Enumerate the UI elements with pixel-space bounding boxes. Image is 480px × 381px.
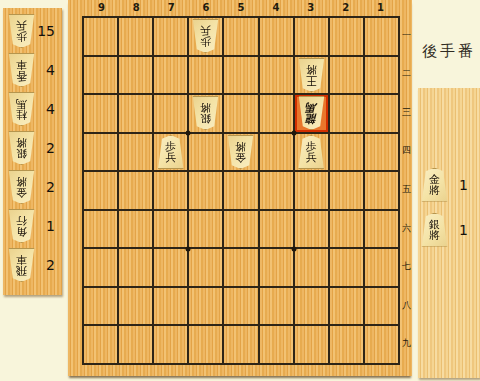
gote-hand-piece-5[interactable]: 角 行 [7,209,36,243]
square-1六[interactable] [365,211,398,248]
square-3一[interactable] [295,18,328,55]
square-4一[interactable] [260,18,293,55]
square-7一[interactable] [154,18,187,55]
gote-hand-item-6: 飛 車2 [3,245,62,284]
square-7八[interactable] [154,288,187,325]
square-6七[interactable] [189,249,222,286]
square-9五[interactable] [84,172,117,209]
sente-hand-item-1: 銀 將1 [418,207,480,252]
square-1七[interactable] [365,249,398,286]
gote-hand-count-5: 1 [46,219,55,233]
file-label-5: 5 [224,1,259,15]
square-4二[interactable] [260,57,293,94]
shogi-board: 987654321 歩 兵王 將銀 將龍 馬歩 兵金 將歩 兵 一二三四五六七八… [68,0,412,376]
rank-label-9: 九 [401,324,412,363]
sente-hand-count-0: 1 [459,178,468,192]
gote-hand-piece-2[interactable]: 桂 馬 [7,92,36,126]
gote-hand-count-2: 4 [46,102,55,116]
sente-hand-piece-0[interactable]: 金 將 [420,168,449,202]
square-6八[interactable] [189,288,222,325]
piece-gote-3三[interactable]: 龍 馬 [297,96,326,130]
gote-hand-tray: 歩 兵15香 車4桂 馬4銀 將2金 將2角 行1飛 車2 [3,8,62,295]
square-4七[interactable] [260,249,293,286]
square-9四[interactable] [84,134,117,171]
sente-hand-item-0: 金 將1 [418,162,480,207]
sente-hand-tray: 金 將1銀 將1 [418,88,480,378]
file-coordinates: 987654321 [84,1,398,15]
square-9六[interactable] [84,211,117,248]
file-label-3: 3 [293,1,328,15]
square-3四[interactable]: 歩 兵 [295,134,328,171]
square-6四[interactable] [189,134,222,171]
square-7七[interactable] [154,249,187,286]
square-5二[interactable] [224,57,257,94]
board-grid: 歩 兵王 將銀 將龍 馬歩 兵金 將歩 兵 [82,16,400,365]
square-6五[interactable] [189,172,222,209]
square-8七[interactable] [119,249,152,286]
hoshi-dot [186,246,191,251]
file-label-2: 2 [328,1,363,15]
square-1一[interactable] [365,18,398,55]
piece-gote-6一[interactable]: 歩 兵 [191,19,220,53]
square-3六[interactable] [295,211,328,248]
square-2一[interactable] [330,18,363,55]
gote-hand-item-0: 歩 兵15 [3,11,62,50]
square-3八[interactable] [295,288,328,325]
gote-hand-count-1: 4 [46,63,55,77]
file-label-7: 7 [154,1,189,15]
square-6六[interactable] [189,211,222,248]
square-7九[interactable] [154,326,187,363]
gote-hand-item-5: 角 行1 [3,206,62,245]
rank-label-3: 三 [401,93,412,132]
rank-label-7: 七 [401,247,412,286]
square-2四[interactable] [330,134,363,171]
gote-hand-piece-3[interactable]: 銀 將 [7,131,36,165]
square-6九[interactable] [189,326,222,363]
square-7六[interactable] [154,211,187,248]
square-9三[interactable] [84,95,117,132]
rank-label-1: 一 [401,16,412,55]
square-9七[interactable] [84,249,117,286]
square-7三[interactable] [154,95,187,132]
square-4九[interactable] [260,326,293,363]
square-3三[interactable]: 龍 馬 [295,95,328,132]
gote-hand-item-1: 香 車4 [3,50,62,89]
hoshi-dot [186,130,191,135]
hoshi-dot [292,246,297,251]
rank-coordinates: 一二三四五六七八九 [401,16,412,363]
square-5四[interactable]: 金 將 [224,134,257,171]
file-label-1: 1 [363,1,398,15]
gote-hand-piece-6[interactable]: 飛 車 [7,248,36,282]
square-4八[interactable] [260,288,293,325]
rank-label-2: 二 [401,55,412,94]
square-9八[interactable] [84,288,117,325]
square-1四[interactable] [365,134,398,171]
square-4四[interactable] [260,134,293,171]
square-5七[interactable] [224,249,257,286]
square-5六[interactable] [224,211,257,248]
piece-gote-6三[interactable]: 銀 將 [191,96,220,130]
turn-indicator: 後手番 [422,42,476,61]
square-7五[interactable] [154,172,187,209]
square-9一[interactable] [84,18,117,55]
rank-label-4: 四 [401,132,412,171]
square-6二[interactable] [189,57,222,94]
piece-sente-7四[interactable]: 歩 兵 [156,135,185,169]
square-2二[interactable] [330,57,363,94]
hoshi-dot [292,130,297,135]
square-5五[interactable] [224,172,257,209]
square-7二[interactable] [154,57,187,94]
square-3五[interactable] [295,172,328,209]
gote-hand-piece-0[interactable]: 歩 兵 [7,14,36,48]
shogi-diagram: 歩 兵15香 車4桂 馬4銀 將2金 將2角 行1飛 車2 987654321 … [0,0,480,381]
square-3二[interactable]: 王 將 [295,57,328,94]
sente-hand-count-1: 1 [459,223,468,237]
square-8五[interactable] [119,172,152,209]
square-1九[interactable] [365,326,398,363]
piece-gote-5四[interactable]: 金 將 [226,135,255,169]
piece-gote-3二[interactable]: 王 將 [297,58,326,92]
square-1三[interactable] [365,95,398,132]
square-5三[interactable] [224,95,257,132]
file-label-8: 8 [119,1,154,15]
gote-hand-count-0: 15 [37,24,55,38]
square-2七[interactable] [330,249,363,286]
square-5九[interactable] [224,326,257,363]
square-1五[interactable] [365,172,398,209]
square-8二[interactable] [119,57,152,94]
square-4五[interactable] [260,172,293,209]
square-6三[interactable]: 銀 將 [189,95,222,132]
square-2五[interactable] [330,172,363,209]
square-8八[interactable] [119,288,152,325]
square-9九[interactable] [84,326,117,363]
square-7四[interactable]: 歩 兵 [154,134,187,171]
file-label-4: 4 [258,1,293,15]
gote-hand-item-4: 金 將2 [3,167,62,206]
gote-hand-piece-1[interactable]: 香 車 [7,53,36,87]
gote-hand-count-4: 2 [46,180,55,194]
gote-hand-count-3: 2 [46,141,55,155]
file-label-9: 9 [84,1,119,15]
square-3七[interactable] [295,249,328,286]
square-3九[interactable] [295,326,328,363]
square-8九[interactable] [119,326,152,363]
file-label-6: 6 [189,1,224,15]
square-8一[interactable] [119,18,152,55]
square-5八[interactable] [224,288,257,325]
square-1二[interactable] [365,57,398,94]
square-8六[interactable] [119,211,152,248]
gote-hand-count-6: 2 [46,258,55,272]
piece-sente-3四[interactable]: 歩 兵 [297,135,326,169]
gote-hand-item-3: 銀 將2 [3,128,62,167]
square-5一[interactable] [224,18,257,55]
gote-hand-piece-4[interactable]: 金 將 [7,170,36,204]
square-4三[interactable] [260,95,293,132]
gote-hand-item-2: 桂 馬4 [3,89,62,128]
square-8三[interactable] [119,95,152,132]
rank-label-8: 八 [401,286,412,325]
sente-hand-piece-1[interactable]: 銀 將 [420,213,449,247]
square-8四[interactable] [119,134,152,171]
square-9二[interactable] [84,57,117,94]
square-1八[interactable] [365,288,398,325]
square-2三[interactable] [330,95,363,132]
rank-label-6: 六 [401,209,412,248]
square-6一[interactable]: 歩 兵 [189,18,222,55]
square-2九[interactable] [330,326,363,363]
square-2八[interactable] [330,288,363,325]
square-4六[interactable] [260,211,293,248]
rank-label-5: 五 [401,170,412,209]
square-2六[interactable] [330,211,363,248]
